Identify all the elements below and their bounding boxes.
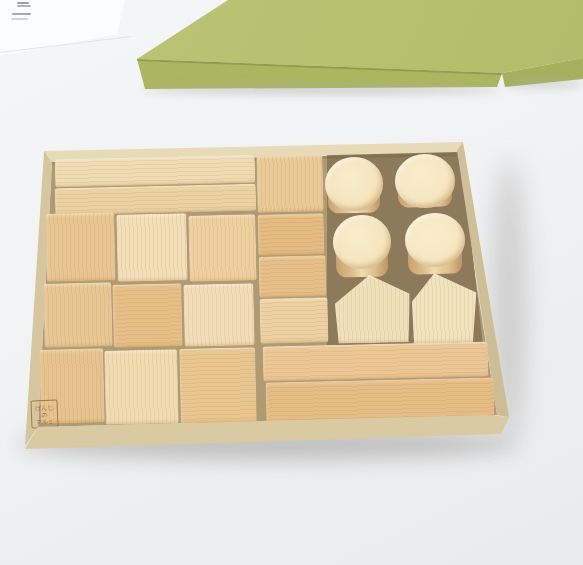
block-square-r3c2	[104, 349, 179, 425]
maker-stamp: げんじ の マルミ	[31, 400, 59, 429]
block-plank-top-1	[55, 155, 256, 188]
stamp-text: マルミ	[35, 417, 54, 425]
block-plank-bottom-1	[263, 341, 489, 381]
block-square-mid-top	[256, 154, 323, 212]
block-square-r1c2	[116, 213, 188, 282]
block-house-1	[334, 274, 411, 344]
block-square-r3c3	[179, 347, 257, 424]
blocks-layer	[0, 0, 583, 565]
block-square-r1c1	[45, 212, 116, 282]
block-square-r2c1	[43, 282, 112, 348]
block-square-r1c3	[188, 214, 256, 282]
block-rect-mid-2	[259, 255, 327, 298]
block-house-2	[411, 272, 479, 343]
block-rect-mid-1	[258, 213, 325, 255]
block-plank-top-2	[55, 184, 257, 216]
block-rect-mid-3	[259, 297, 328, 344]
scene: げんじ の マルミ	[0, 0, 583, 565]
block-square-r2c3	[183, 283, 254, 347]
block-square-r2c2	[112, 283, 182, 348]
